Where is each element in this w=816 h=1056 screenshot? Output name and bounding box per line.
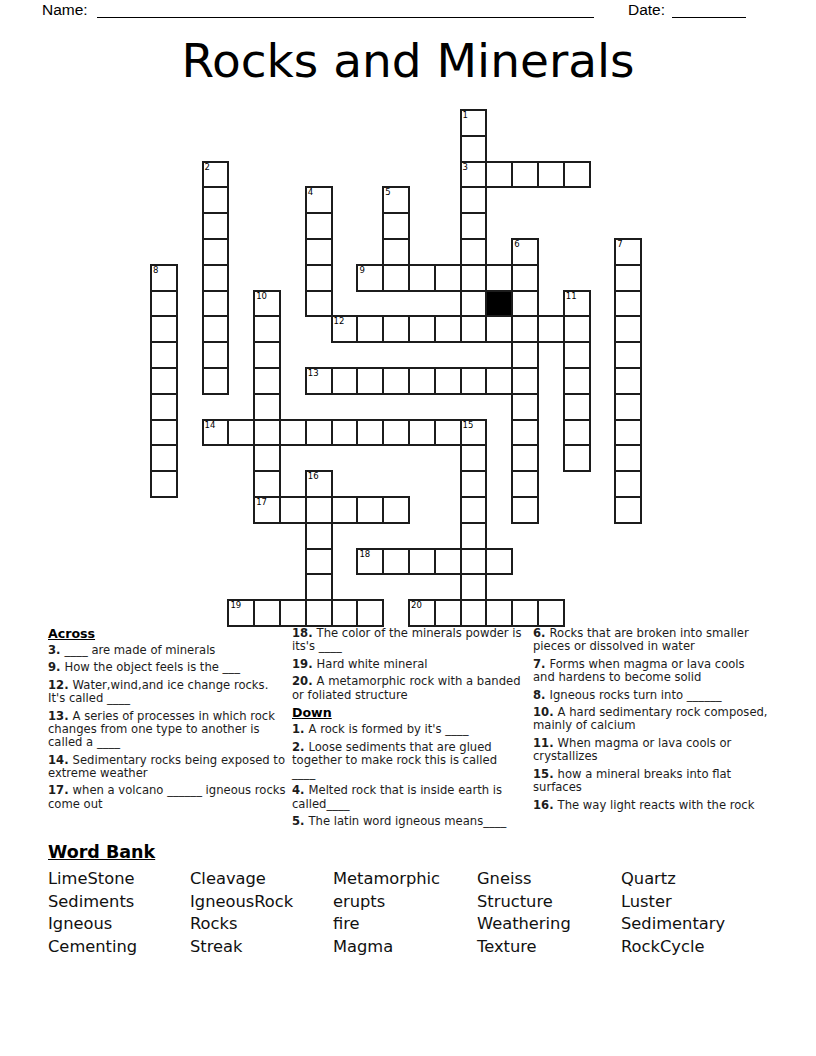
letter-cell[interactable]: 1 — [461, 110, 487, 136]
letter-cell[interactable] — [512, 420, 538, 446]
bank-word-erupts: erupts — [333, 893, 477, 911]
clue-number-17: 17 — [256, 498, 267, 507]
letter-cell[interactable] — [486, 316, 512, 342]
clue-column-right: 6. Rocks that are broken into smaller pi… — [533, 627, 769, 816]
letter-cell[interactable] — [203, 239, 229, 265]
letter-cell[interactable] — [461, 523, 487, 549]
letter-cell[interactable] — [357, 420, 383, 446]
clue-18: 18. The color of the minerals powder is … — [292, 627, 522, 653]
worksheet-title: Rocks and Minerals — [0, 34, 816, 88]
clue-number-4: 4 — [308, 188, 313, 197]
letter-cell[interactable]: 16 — [306, 471, 332, 497]
letter-cell[interactable] — [615, 445, 641, 471]
letter-cell[interactable] — [357, 368, 383, 394]
letter-cell[interactable] — [306, 213, 332, 239]
letter-cell[interactable] — [306, 497, 332, 523]
letter-cell[interactable] — [486, 600, 512, 626]
letter-cell[interactable] — [306, 574, 332, 600]
bank-word-igneousrock: IgneousRock — [190, 893, 333, 911]
letter-cell[interactable] — [564, 316, 590, 342]
clue-number-2: 2 — [205, 163, 210, 172]
letter-cell[interactable] — [254, 471, 280, 497]
letter-cell[interactable] — [203, 291, 229, 317]
clue-17: 17. when a volcano ______ igneous rocks … — [48, 784, 286, 810]
letter-cell[interactable] — [151, 445, 177, 471]
letter-cell[interactable] — [435, 316, 461, 342]
letter-cell[interactable] — [151, 394, 177, 420]
letter-cell[interactable] — [435, 600, 461, 626]
clue-number-16: 16 — [308, 472, 319, 481]
word-bank: Word Bank LimeStoneCleavageMetamorphicGn… — [48, 842, 788, 956]
bank-word-igneous: Igneous — [48, 915, 190, 933]
letter-cell[interactable] — [615, 342, 641, 368]
letter-cell[interactable]: 9 — [357, 265, 383, 291]
clue-number-8: 8 — [153, 266, 158, 275]
letter-cell[interactable] — [409, 265, 435, 291]
bank-word-structure: Structure — [477, 893, 621, 911]
letter-cell[interactable] — [564, 342, 590, 368]
clue-number-15: 15 — [463, 421, 474, 430]
clue-13: 13. A series of processes in which rock … — [48, 710, 286, 749]
clue-number-11: 11 — [566, 292, 577, 301]
letter-cell[interactable] — [383, 368, 409, 394]
clue-number-12: 12 — [334, 317, 345, 326]
letter-cell[interactable] — [512, 368, 538, 394]
letter-cell[interactable] — [254, 342, 280, 368]
letter-cell[interactable] — [151, 291, 177, 317]
letter-cell[interactable] — [512, 265, 538, 291]
clue-8: 8. Igneous rocks turn into ______ — [533, 689, 769, 702]
clue-number-14: 14 — [205, 421, 216, 430]
bank-word-streak: Streak — [190, 938, 333, 956]
blocked-cell — [486, 291, 512, 317]
clue-10: 10. A hard sedimentary rock composed, ma… — [533, 706, 769, 732]
letter-cell[interactable] — [332, 497, 358, 523]
letter-cell[interactable]: 14 — [203, 420, 229, 446]
letter-cell[interactable] — [461, 213, 487, 239]
letter-cell[interactable] — [151, 368, 177, 394]
letter-cell[interactable] — [461, 600, 487, 626]
letter-cell[interactable] — [512, 291, 538, 317]
letter-cell[interactable] — [512, 471, 538, 497]
clue-11: 11. When magma or lava cools or crystall… — [533, 737, 769, 763]
letter-cell[interactable] — [615, 497, 641, 523]
letter-cell[interactable] — [151, 420, 177, 446]
letter-cell[interactable] — [512, 162, 538, 188]
clue-number-9: 9 — [359, 266, 364, 275]
clue-4: 4. Melted rock that is inside earth is c… — [292, 784, 522, 810]
letter-cell[interactable] — [486, 162, 512, 188]
letter-cell[interactable] — [203, 213, 229, 239]
letter-cell[interactable] — [357, 600, 383, 626]
letter-cell[interactable] — [461, 187, 487, 213]
letter-cell[interactable] — [383, 316, 409, 342]
letter-cell[interactable] — [564, 394, 590, 420]
clue-19: 19. Hard white mineral — [292, 658, 522, 671]
letter-cell[interactable] — [564, 420, 590, 446]
bank-word-luster: Luster — [621, 893, 788, 911]
letter-cell[interactable] — [615, 316, 641, 342]
letter-cell[interactable] — [486, 368, 512, 394]
letter-cell[interactable] — [383, 549, 409, 575]
letter-cell[interactable] — [306, 291, 332, 317]
letter-cell[interactable] — [383, 265, 409, 291]
letter-cell[interactable] — [486, 549, 512, 575]
letter-cell[interactable] — [280, 497, 306, 523]
clue-15: 15. how a mineral breaks into flat surfa… — [533, 768, 769, 794]
bank-word-limestone: LimeStone — [48, 870, 190, 888]
bank-word-sedimentary: Sedimentary — [621, 915, 788, 933]
letter-cell[interactable] — [461, 316, 487, 342]
bank-word-fire: fire — [333, 915, 477, 933]
letter-cell[interactable] — [383, 239, 409, 265]
letter-cell[interactable] — [461, 549, 487, 575]
letter-cell[interactable] — [203, 368, 229, 394]
letter-cell[interactable] — [280, 600, 306, 626]
letter-cell[interactable] — [383, 497, 409, 523]
letter-cell[interactable] — [306, 239, 332, 265]
letter-cell[interactable] — [228, 420, 254, 446]
letter-cell[interactable] — [306, 549, 332, 575]
letter-cell[interactable] — [512, 342, 538, 368]
bank-word-quartz: Quartz — [621, 870, 788, 888]
letter-cell[interactable] — [254, 368, 280, 394]
clue-16: 16. The way light reacts with the rock — [533, 799, 769, 812]
letter-cell[interactable] — [564, 162, 590, 188]
letter-cell[interactable] — [461, 574, 487, 600]
letter-cell[interactable]: 4 — [306, 187, 332, 213]
clue-column-left: Across3. ____ are made of minerals9. How… — [48, 627, 286, 815]
letter-cell[interactable]: 10 — [254, 291, 280, 317]
letter-cell[interactable] — [564, 368, 590, 394]
clue-number-5: 5 — [385, 188, 390, 197]
clue-1: 1. A rock is formed by it's ____ — [292, 723, 522, 736]
clue-2: 2. Loose sediments that are glued togeth… — [292, 741, 522, 780]
crossword-grid: 1234567891011121314151617181920 — [151, 110, 641, 626]
letter-cell[interactable]: 18 — [357, 549, 383, 575]
letter-cell[interactable]: 6 — [512, 239, 538, 265]
bank-word-gneiss: Gneiss — [477, 870, 621, 888]
clue-number-7: 7 — [617, 240, 622, 249]
bank-word-metamorphic: Metamorphic — [333, 870, 477, 888]
letter-cell[interactable] — [306, 523, 332, 549]
letter-cell[interactable] — [538, 316, 564, 342]
letter-cell[interactable] — [254, 420, 280, 446]
letter-cell[interactable] — [306, 265, 332, 291]
letter-cell[interactable] — [615, 368, 641, 394]
letter-cell[interactable] — [357, 497, 383, 523]
letter-cell[interactable] — [435, 265, 461, 291]
letter-cell[interactable] — [512, 394, 538, 420]
letter-cell[interactable] — [461, 368, 487, 394]
word-bank-header: Word Bank — [48, 842, 788, 862]
clue-number-3: 3 — [463, 163, 468, 172]
clue-9: 9. How the object feels is the ___ — [48, 661, 286, 674]
bank-word-magma: Magma — [333, 938, 477, 956]
letter-cell[interactable] — [461, 291, 487, 317]
clue-number-13: 13 — [308, 369, 319, 378]
name-blank-line — [97, 13, 594, 18]
letter-cell[interactable] — [203, 342, 229, 368]
clues-across-header: Across — [48, 627, 286, 640]
clue-number-10: 10 — [256, 292, 267, 301]
date-blank-line — [672, 13, 746, 18]
letter-cell[interactable] — [435, 368, 461, 394]
letter-cell[interactable] — [409, 549, 435, 575]
letter-cell[interactable] — [512, 316, 538, 342]
letter-cell[interactable]: 17 — [254, 497, 280, 523]
letter-cell[interactable] — [461, 497, 487, 523]
letter-cell[interactable] — [306, 600, 332, 626]
clue-5: 5. The latin word igneous means____ — [292, 815, 522, 828]
letter-cell[interactable] — [306, 420, 332, 446]
letter-cell[interactable] — [254, 394, 280, 420]
bank-word-texture: Texture — [477, 938, 621, 956]
letter-cell[interactable] — [435, 420, 461, 446]
letter-cell[interactable] — [461, 136, 487, 162]
letter-cell[interactable] — [512, 497, 538, 523]
letter-cell[interactable]: 2 — [203, 162, 229, 188]
word-bank-list: LimeStoneCleavageMetamorphicGneissQuartz… — [48, 870, 788, 956]
letter-cell[interactable] — [254, 600, 280, 626]
clue-number-18: 18 — [359, 550, 370, 559]
letter-cell[interactable]: 19 — [228, 600, 254, 626]
letter-cell[interactable] — [461, 445, 487, 471]
clue-number-19: 19 — [230, 601, 241, 610]
letter-cell[interactable] — [383, 213, 409, 239]
letter-cell[interactable] — [203, 316, 229, 342]
clue-20: 20. A metamorphic rock with a banded or … — [292, 675, 522, 701]
name-date-header: Name: Date: — [42, 1, 746, 19]
letter-cell[interactable] — [538, 162, 564, 188]
letter-cell[interactable] — [383, 420, 409, 446]
clue-7: 7. Forms when magma or lava cools and ha… — [533, 658, 769, 684]
letter-cell[interactable] — [461, 471, 487, 497]
letter-cell[interactable] — [357, 316, 383, 342]
letter-cell[interactable] — [615, 420, 641, 446]
letter-cell[interactable]: 3 — [461, 162, 487, 188]
letter-cell[interactable] — [409, 316, 435, 342]
letter-cell[interactable]: 13 — [306, 368, 332, 394]
letter-cell[interactable] — [332, 600, 358, 626]
letter-cell[interactable]: 11 — [564, 291, 590, 317]
bank-word-rocks: Rocks — [190, 915, 333, 933]
clues-down-header: Down — [292, 706, 522, 719]
letter-cell[interactable] — [151, 471, 177, 497]
letter-cell[interactable] — [151, 342, 177, 368]
letter-cell[interactable] — [409, 420, 435, 446]
clue-6: 6. Rocks that are broken into smaller pi… — [533, 627, 769, 653]
letter-cell[interactable] — [203, 265, 229, 291]
bank-word-cleavage: Cleavage — [190, 870, 333, 888]
letter-cell[interactable] — [461, 239, 487, 265]
letter-cell[interactable]: 20 — [409, 600, 435, 626]
bank-word-sediments: Sediments — [48, 893, 190, 911]
letter-cell[interactable] — [564, 445, 590, 471]
clue-12: 12. Water,wind,and ice change rocks. It'… — [48, 679, 286, 705]
letter-cell[interactable] — [151, 316, 177, 342]
letter-cell[interactable] — [435, 549, 461, 575]
bank-word-rockcycle: RockCycle — [621, 938, 788, 956]
letter-cell[interactable] — [486, 265, 512, 291]
letter-cell[interactable] — [615, 291, 641, 317]
name-label: Name: — [42, 1, 88, 19]
letter-cell[interactable] — [615, 265, 641, 291]
letter-cell[interactable]: 7 — [615, 239, 641, 265]
letter-cell[interactable] — [280, 420, 306, 446]
letter-cell[interactable] — [332, 420, 358, 446]
bank-word-cementing: Cementing — [48, 938, 190, 956]
letter-cell[interactable] — [512, 600, 538, 626]
letter-cell[interactable] — [538, 600, 564, 626]
clue-column-middle: 18. The color of the minerals powder is … — [292, 627, 522, 833]
letter-cell[interactable] — [254, 316, 280, 342]
clue-number-1: 1 — [463, 111, 468, 120]
letter-cell[interactable] — [409, 368, 435, 394]
clue-number-20: 20 — [411, 601, 422, 610]
letter-cell[interactable] — [254, 445, 280, 471]
letter-cell[interactable] — [615, 394, 641, 420]
letter-cell[interactable] — [332, 368, 358, 394]
letter-cell[interactable]: 12 — [332, 316, 358, 342]
letter-cell[interactable]: 5 — [383, 187, 409, 213]
clue-14: 14. Sedimentary rocks being exposed to e… — [48, 754, 286, 780]
clue-3: 3. ____ are made of minerals — [48, 644, 286, 657]
bank-word-weathering: Weathering — [477, 915, 621, 933]
letter-cell[interactable]: 15 — [461, 420, 487, 446]
letter-cell[interactable] — [203, 187, 229, 213]
letter-cell[interactable] — [461, 265, 487, 291]
clue-number-6: 6 — [514, 240, 519, 249]
letter-cell[interactable]: 8 — [151, 265, 177, 291]
letter-cell[interactable] — [615, 471, 641, 497]
letter-cell[interactable] — [512, 445, 538, 471]
date-label: Date: — [628, 1, 665, 19]
